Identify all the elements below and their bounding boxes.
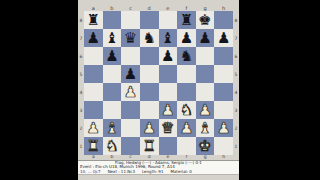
white-bishop[interactable]: ♝ [198,120,211,135]
square-f1[interactable] [177,137,196,155]
black-knight[interactable]: ♞ [180,48,193,63]
chess-viewer: abcdefgh 87654321 ♜♜♚♟♝♛♞♝♟♟♟♟♟♞♟♟♟♞♟♟♝♟… [78,0,239,180]
square-f8[interactable]: ♜ [177,11,196,29]
square-d4[interactable] [140,83,159,101]
square-a1[interactable]: ♜ [84,137,103,155]
white-knight[interactable]: ♞ [180,102,193,117]
black-pawn[interactable]: ♟ [198,30,211,45]
square-f6[interactable]: ♞ [177,47,196,65]
white-pawn[interactable]: ♟ [161,102,174,117]
square-c3[interactable] [121,101,140,119]
square-a3[interactable] [84,101,103,119]
square-d2[interactable]: ♟ [140,119,159,137]
square-h8[interactable] [214,11,233,29]
white-pawn[interactable]: ♟ [180,120,193,135]
white-pawn[interactable]: ♟ [87,120,100,135]
square-c6[interactable] [121,47,140,65]
left-black-bar [0,0,78,180]
square-h5[interactable] [214,65,233,83]
black-pawn[interactable]: ♟ [87,30,100,45]
square-h2[interactable]: ♟ [214,119,233,137]
square-e2[interactable]: ♛ [159,119,178,137]
white-pawn[interactable]: ♟ [142,120,155,135]
white-rook[interactable]: ♜ [142,138,155,153]
black-pawn[interactable]: ♟ [161,48,174,63]
video-frame: abcdefgh 87654321 ♜♜♚♟♝♛♞♝♟♟♟♟♟♞♟♟♟♞♟♟♝♟… [0,0,320,180]
square-b5[interactable] [103,65,122,83]
square-b7[interactable]: ♝ [103,29,122,47]
square-d7[interactable]: ♞ [140,29,159,47]
square-h6[interactable] [214,47,233,65]
square-c2[interactable] [121,119,140,137]
square-d6[interactable] [140,47,159,65]
square-e8[interactable] [159,11,178,29]
square-g6[interactable] [196,47,215,65]
square-d3[interactable] [140,101,159,119]
square-a4[interactable] [84,83,103,101]
black-rook[interactable]: ♜ [180,12,193,27]
game-info-panel: Flag, Hedwig (----) - Adams, Sergio (---… [78,160,239,174]
square-g3[interactable]: ♟ [196,101,215,119]
black-knight[interactable]: ♞ [142,30,155,45]
right-black-bar [239,0,320,180]
black-queen[interactable]: ♛ [124,30,137,45]
square-b2[interactable]: ♝ [103,119,122,137]
square-c1[interactable] [121,137,140,155]
square-g4[interactable] [196,83,215,101]
square-a2[interactable]: ♟ [84,119,103,137]
black-bishop[interactable]: ♝ [105,30,118,45]
square-d8[interactable] [140,11,159,29]
square-h1[interactable] [214,137,233,155]
square-g7[interactable]: ♟ [196,29,215,47]
square-b3[interactable] [103,101,122,119]
square-f5[interactable] [177,65,196,83]
square-b1[interactable]: ♞ [103,137,122,155]
square-g1[interactable]: ♚ [196,137,215,155]
square-a8[interactable]: ♜ [84,11,103,29]
square-e4[interactable] [159,83,178,101]
white-pawn[interactable]: ♟ [217,120,230,135]
white-bishop[interactable]: ♝ [105,120,118,135]
square-g2[interactable]: ♝ [196,119,215,137]
square-g8[interactable]: ♚ [196,11,215,29]
black-bishop[interactable]: ♝ [161,30,174,45]
black-pawn[interactable]: ♟ [105,48,118,63]
white-rook[interactable]: ♜ [87,138,100,153]
square-b6[interactable]: ♟ [103,47,122,65]
square-e3[interactable]: ♟ [159,101,178,119]
square-e1[interactable] [159,137,178,155]
square-f2[interactable]: ♟ [177,119,196,137]
black-pawn[interactable]: ♟ [217,30,230,45]
square-b4[interactable] [103,83,122,101]
square-b8[interactable] [103,11,122,29]
square-e5[interactable] [159,65,178,83]
square-h4[interactable] [214,83,233,101]
square-c7[interactable]: ♛ [121,29,140,47]
square-e6[interactable]: ♟ [159,47,178,65]
square-c8[interactable] [121,11,140,29]
square-h7[interactable]: ♟ [214,29,233,47]
white-pawn[interactable]: ♟ [124,84,137,99]
black-pawn[interactable]: ♟ [180,30,193,45]
black-rook[interactable]: ♜ [87,12,100,27]
square-f3[interactable]: ♞ [177,101,196,119]
square-f4[interactable] [177,83,196,101]
white-pawn[interactable]: ♟ [198,102,211,117]
square-c4[interactable]: ♟ [121,83,140,101]
black-pawn[interactable]: ♟ [124,66,137,81]
white-knight[interactable]: ♞ [105,138,118,153]
file-labels-top: abcdefgh [78,0,239,11]
square-c5[interactable]: ♟ [121,65,140,83]
square-f7[interactable]: ♟ [177,29,196,47]
white-king[interactable]: ♚ [198,138,211,153]
square-d1[interactable]: ♜ [140,137,159,155]
black-king[interactable]: ♚ [198,12,211,27]
square-g5[interactable] [196,65,215,83]
square-d5[interactable] [140,65,159,83]
square-e7[interactable]: ♝ [159,29,178,47]
chess-board[interactable]: ♜♜♚♟♝♛♞♝♟♟♟♟♟♞♟♟♟♞♟♟♝♟♛♟♝♟♜♞♜♚ [84,11,233,155]
square-a5[interactable] [84,65,103,83]
footer-strip [78,174,239,180]
white-queen[interactable]: ♛ [161,120,174,135]
square-a6[interactable] [84,47,103,65]
square-h3[interactable] [214,101,233,119]
square-a7[interactable]: ♟ [84,29,103,47]
